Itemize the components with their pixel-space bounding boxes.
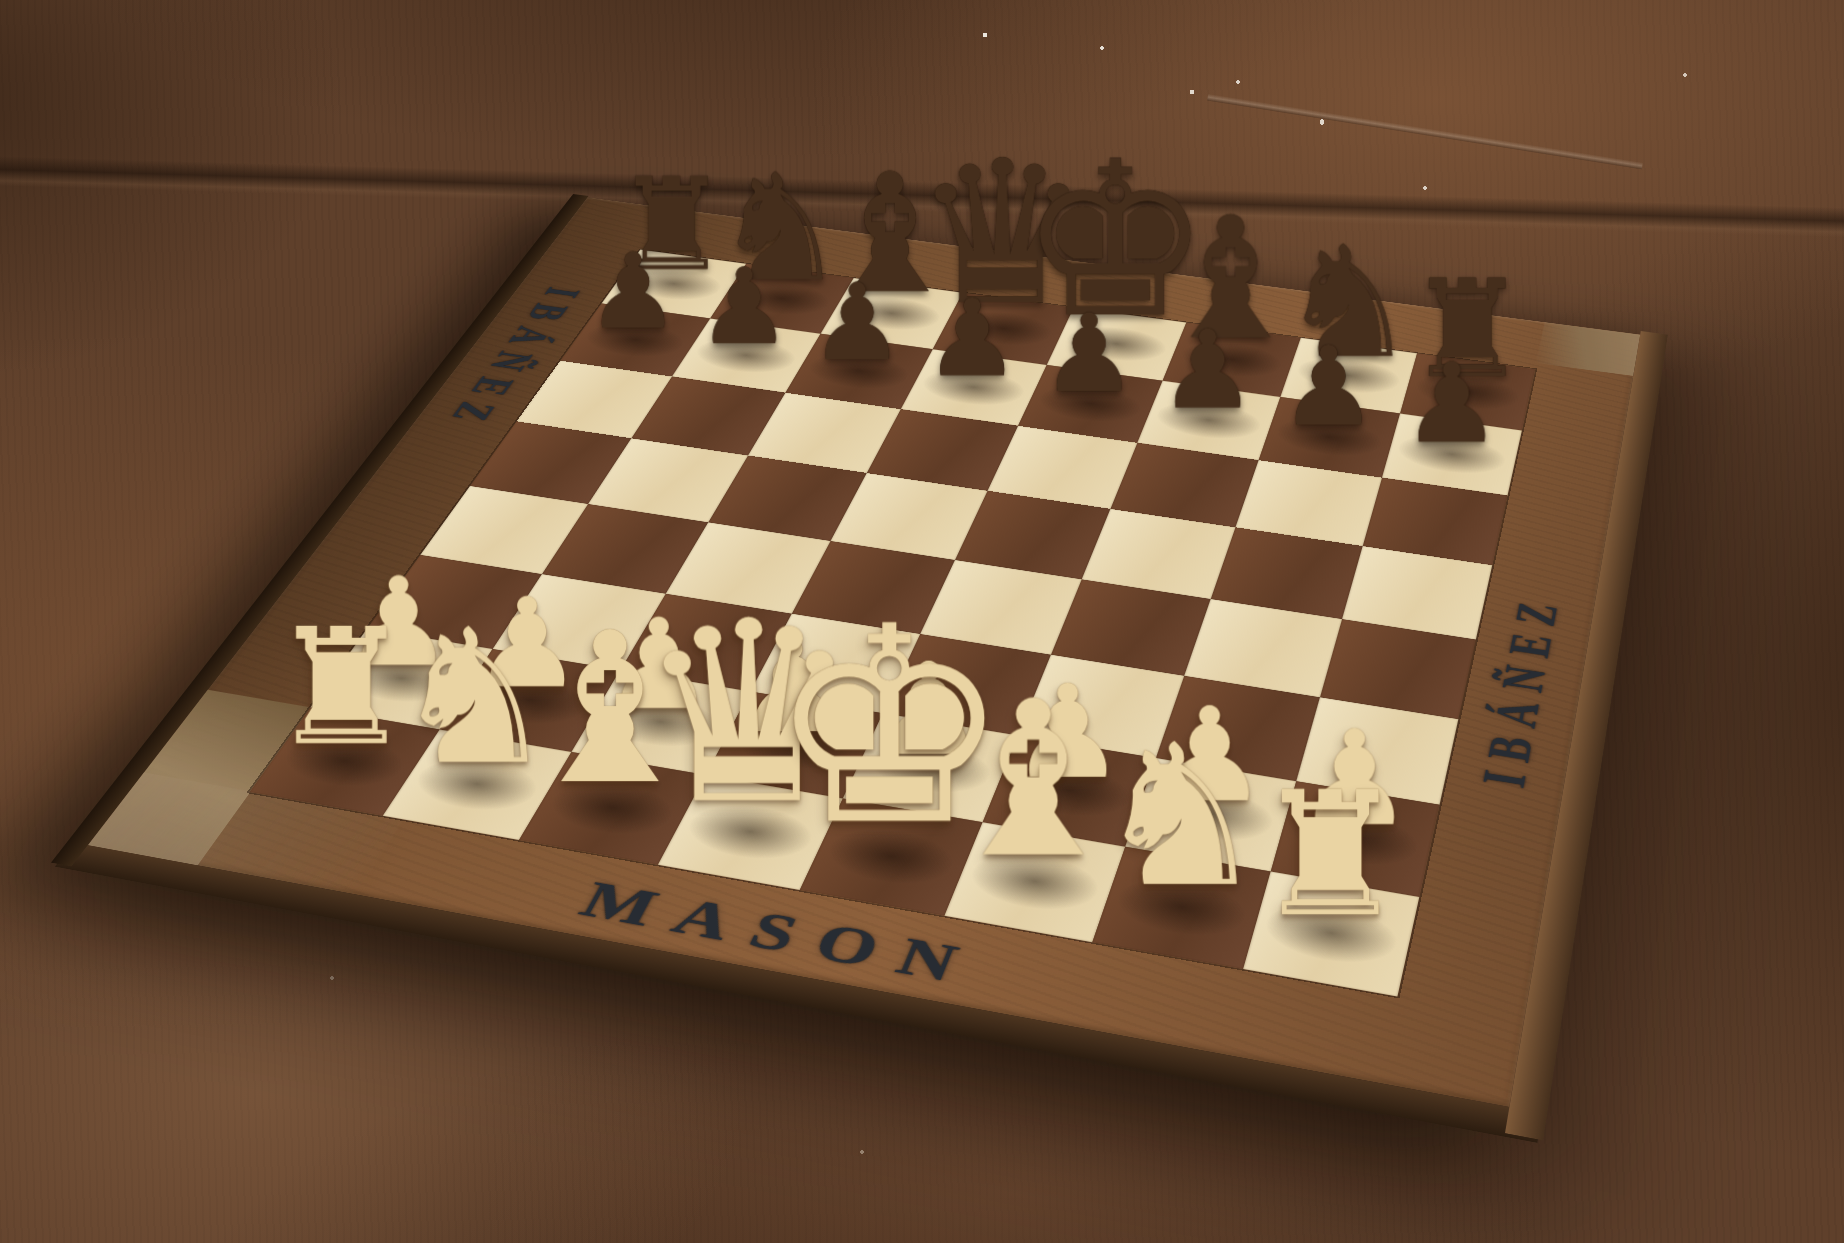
- piece-shadow: [687, 333, 803, 378]
- square-g6[interactable]: [1235, 460, 1382, 546]
- square-d8[interactable]: ♛: [933, 293, 1074, 365]
- piece-shadow: [576, 318, 692, 362]
- black-rook[interactable]: ♜: [1329, 261, 1606, 396]
- black-queen[interactable]: ♛: [868, 134, 1136, 333]
- chess-board: MASON IBÁÑEZ IBÁÑEZ ♜♞♝♛♚♝♞♜♟♟♟♟♟♟♟♟♟♟♟♟…: [330, 0, 1580, 1185]
- square-d7[interactable]: ♟: [901, 349, 1047, 426]
- black-pawn[interactable]: ♟: [720, 269, 994, 375]
- piece-shadow: [835, 292, 947, 335]
- black-pawn[interactable]: ♟: [1309, 348, 1595, 459]
- black-rook[interactable]: ♜: [541, 160, 803, 287]
- table-surface: MASON IBÁÑEZ IBÁÑEZ ♜♞♝♛♚♝♞♜♟♟♟♟♟♟♟♟♟♟♟♟…: [0, 0, 1844, 1243]
- piece-shadow: [1411, 368, 1522, 415]
- square-c7[interactable]: ♟: [785, 334, 932, 409]
- piece-shadow: [1060, 322, 1172, 367]
- square-h6[interactable]: [1363, 478, 1508, 565]
- square-e7[interactable]: ♟: [1018, 365, 1163, 443]
- piece-shadow: [915, 364, 1031, 411]
- square-e8[interactable]: ♚: [1047, 307, 1187, 380]
- black-pawn[interactable]: ♟: [1067, 316, 1348, 425]
- piece-shadow: [1150, 396, 1266, 444]
- piece-shadow: [1032, 380, 1148, 427]
- piece-shadow: [1271, 413, 1386, 462]
- black-bishop[interactable]: ♝: [1095, 195, 1368, 364]
- square-h8[interactable]: ♜: [1400, 353, 1535, 430]
- black-pawn[interactable]: ♟: [1187, 332, 1470, 442]
- black-knight[interactable]: ♞: [1211, 226, 1486, 380]
- piece-shadow: [617, 263, 729, 305]
- piece-shadow: [946, 307, 1058, 351]
- square-g8[interactable]: ♞: [1280, 338, 1417, 414]
- black-bishop[interactable]: ♝: [757, 152, 1023, 317]
- square-c8[interactable]: ♝: [821, 278, 963, 349]
- black-king[interactable]: ♚: [980, 133, 1250, 348]
- piece-shadow: [725, 277, 837, 320]
- square-g7[interactable]: ♟: [1259, 397, 1400, 478]
- square-d5[interactable]: [831, 473, 988, 560]
- square-a5[interactable]: [470, 421, 631, 504]
- square-b6[interactable]: [631, 377, 785, 456]
- black-pawn[interactable]: ♟: [834, 285, 1110, 392]
- board-top: MASON IBÁÑEZ IBÁÑEZ ♜♞♝♛♚♝♞♜♟♟♟♟♟♟♟♟♟♟♟♟…: [88, 197, 1640, 1107]
- piece-shadow: [1292, 353, 1404, 399]
- square-c6[interactable]: [748, 393, 901, 473]
- piece-shadow: [800, 348, 916, 394]
- square-f7[interactable]: ♟: [1137, 381, 1280, 460]
- square-f8[interactable]: ♝: [1163, 323, 1301, 398]
- engraving-ibanez-left: IBÁÑEZ: [434, 285, 591, 433]
- square-a8[interactable]: ♜: [602, 250, 747, 319]
- piece-shadow: [1175, 337, 1287, 382]
- square-c5[interactable]: [708, 455, 867, 541]
- piece-shadow: [1394, 430, 1509, 480]
- square-a6[interactable]: [517, 361, 672, 439]
- square-h7[interactable]: ♟: [1382, 414, 1522, 496]
- white-rook[interactable]: ♜: [1154, 768, 1507, 940]
- square-a7[interactable]: ♟: [560, 303, 710, 376]
- black-pawn[interactable]: ♟: [608, 254, 880, 359]
- square-b8[interactable]: ♞: [710, 264, 854, 334]
- square-e6[interactable]: [988, 426, 1138, 509]
- square-f6[interactable]: [1110, 443, 1258, 527]
- square-d6[interactable]: [867, 409, 1018, 491]
- black-knight[interactable]: ♞: [648, 154, 912, 302]
- square-b5[interactable]: [588, 438, 748, 522]
- square-b7[interactable]: ♟: [672, 318, 821, 392]
- black-pawn[interactable]: ♟: [498, 239, 768, 343]
- black-pawn[interactable]: ♟: [950, 300, 1229, 408]
